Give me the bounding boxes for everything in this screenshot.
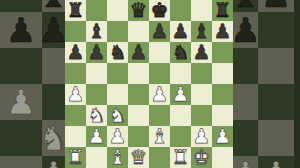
square-g3[interactable]: [191, 105, 212, 126]
bar-square: ♟: [233, 156, 258, 168]
square-f1[interactable]: ♜: [170, 147, 191, 168]
square-b7[interactable]: ♝: [86, 21, 107, 42]
square-a1[interactable]: ♜: [65, 147, 86, 168]
square-c7[interactable]: [107, 21, 128, 42]
bar-square: [258, 84, 294, 120]
bar-black-pawn-icon: ♟: [233, 13, 258, 47]
square-d4[interactable]: [128, 84, 149, 105]
square-g7[interactable]: ♝: [191, 21, 212, 42]
square-g4[interactable]: [191, 84, 212, 105]
square-d6[interactable]: ♟: [128, 42, 149, 63]
square-c2[interactable]: ♟: [107, 126, 128, 147]
bar-square: ♟: [233, 12, 258, 48]
white-pawn-piece[interactable]: ♟: [65, 84, 86, 105]
bar-white-pawn-icon: ♟: [233, 157, 258, 168]
bar-black-pawn-icon: ♟: [6, 13, 36, 47]
square-a2[interactable]: [65, 126, 86, 147]
square-h8[interactable]: ♜: [212, 0, 233, 21]
square-d7[interactable]: [128, 21, 149, 42]
square-d2[interactable]: [128, 126, 149, 147]
bar-square: ♟: [258, 156, 294, 168]
square-f3[interactable]: [170, 105, 191, 126]
square-f7[interactable]: ♟: [170, 21, 191, 42]
black-pawn-piece[interactable]: ♟: [128, 42, 149, 63]
right-edge-strip: [294, 0, 300, 168]
black-pawn-piece[interactable]: ♟: [65, 42, 86, 63]
bar-square: [0, 0, 42, 12]
white-knight-piece[interactable]: ♞: [107, 105, 128, 126]
black-rook-piece[interactable]: ♜: [212, 0, 233, 21]
bar-white-pawn-icon: ♟: [6, 85, 36, 119]
bar-square: [258, 120, 294, 156]
black-knight-piece[interactable]: ♞: [107, 42, 128, 63]
square-b1[interactable]: [86, 147, 107, 168]
bar-black-bishop-icon: ♝: [42, 0, 65, 12]
white-king-piece[interactable]: ♚: [191, 147, 212, 168]
square-e2[interactable]: ♝: [149, 126, 170, 147]
square-g1[interactable]: ♚: [191, 147, 212, 168]
white-queen-piece[interactable]: ♛: [128, 147, 149, 168]
white-pawn-piece[interactable]: ♟: [170, 84, 191, 105]
white-knight-piece[interactable]: ♞: [86, 105, 107, 126]
bar-black-pawn-icon: ♟: [42, 13, 65, 47]
bar-square: ♟: [0, 12, 42, 48]
square-h1[interactable]: [212, 147, 233, 168]
white-bishop-piece[interactable]: ♝: [107, 147, 128, 168]
bar-black-pawn-icon: ♟: [261, 0, 291, 12]
bar-white-pawn-icon: ♟: [261, 157, 291, 168]
square-h5[interactable]: [212, 63, 233, 84]
square-a7[interactable]: [65, 21, 86, 42]
chess-board[interactable]: ♜♛♚♜♝♟♟♝♟♟♟♞♟♞♟♟♟♟♞♞♟♟♝♟♟♜♝♛♜♚: [65, 0, 233, 168]
bar-square: ♟: [258, 0, 294, 12]
square-c4[interactable]: [107, 84, 128, 105]
bar-white-knight-icon: ♞: [42, 121, 65, 155]
square-e5[interactable]: [149, 63, 170, 84]
square-f6[interactable]: ♞: [170, 42, 191, 63]
black-bishop-piece[interactable]: ♝: [191, 21, 212, 42]
bar-square: ♝: [233, 0, 258, 12]
bar-square: [42, 84, 65, 120]
bar-square: [42, 48, 65, 84]
square-c1[interactable]: ♝: [107, 147, 128, 168]
square-c6[interactable]: ♞: [107, 42, 128, 63]
white-pawn-piece[interactable]: ♟: [212, 126, 233, 147]
square-b2[interactable]: ♟: [86, 126, 107, 147]
square-f2[interactable]: [170, 126, 191, 147]
square-f4[interactable]: ♟: [170, 84, 191, 105]
bar-white-pawn-icon: ♟: [42, 157, 65, 168]
bar-square: ♞: [42, 120, 65, 156]
square-b3[interactable]: ♞: [86, 105, 107, 126]
black-knight-piece[interactable]: ♞: [170, 42, 191, 63]
square-a8[interactable]: ♜: [65, 0, 86, 21]
square-h6[interactable]: [212, 42, 233, 63]
bar-square: [0, 120, 42, 156]
square-b8[interactable]: [86, 0, 107, 21]
letterbox-left-bar: ♝♟♟♟♞♟: [0, 0, 65, 168]
square-a6[interactable]: ♟: [65, 42, 86, 63]
white-pawn-piece[interactable]: ♟: [149, 84, 170, 105]
white-bishop-piece[interactable]: ♝: [149, 126, 170, 147]
white-pawn-piece[interactable]: ♟: [86, 126, 107, 147]
square-g8[interactable]: [191, 0, 212, 21]
square-g6[interactable]: ♟: [191, 42, 212, 63]
square-d1[interactable]: ♛: [128, 147, 149, 168]
bar-square: ♝: [42, 0, 65, 12]
bar-square: ♟: [42, 156, 65, 168]
bar-square: [233, 84, 258, 120]
square-g2[interactable]: ♟: [191, 126, 212, 147]
square-g5[interactable]: [191, 63, 212, 84]
bar-square: ♟: [42, 12, 65, 48]
square-a5[interactable]: [65, 63, 86, 84]
square-f8[interactable]: [170, 0, 191, 21]
bar-square: [0, 156, 42, 168]
square-c8[interactable]: [107, 0, 128, 21]
square-a3[interactable]: [65, 105, 86, 126]
square-c5[interactable]: [107, 63, 128, 84]
square-a4[interactable]: ♟: [65, 84, 86, 105]
black-pawn-piece[interactable]: ♟: [170, 21, 191, 42]
square-b4[interactable]: [86, 84, 107, 105]
square-f5[interactable]: [170, 63, 191, 84]
bar-square: [233, 120, 258, 156]
square-e6[interactable]: [149, 42, 170, 63]
square-e7[interactable]: ♟: [149, 21, 170, 42]
square-d5[interactable]: [128, 63, 149, 84]
black-king-piece[interactable]: ♚: [149, 0, 170, 21]
square-e1[interactable]: [149, 147, 170, 168]
bar-square: [233, 48, 258, 84]
letterbox-right-bar: ♝♟♟♟♟: [233, 0, 300, 168]
square-b5[interactable]: [86, 63, 107, 84]
square-e4[interactable]: ♟: [149, 84, 170, 105]
black-rook-piece[interactable]: ♜: [65, 0, 86, 21]
chess-app-root: ♝♟♟♟♞♟ ♜♛♚♜♝♟♟♝♟♟♟♞♟♞♟♟♟♟♞♞♟♟♝♟♟♜♝♛♜♚ ♝♟…: [0, 0, 300, 168]
square-d3[interactable]: [128, 105, 149, 126]
bar-square: [258, 12, 294, 48]
white-rook-piece[interactable]: ♜: [65, 147, 86, 168]
square-c3[interactable]: ♞: [107, 105, 128, 126]
square-b6[interactable]: ♟: [86, 42, 107, 63]
square-h7[interactable]: ♟: [212, 21, 233, 42]
black-pawn-piece[interactable]: ♟: [191, 42, 212, 63]
square-e8[interactable]: ♚: [149, 0, 170, 21]
bar-square: ♟: [0, 84, 42, 120]
square-d8[interactable]: ♛: [128, 0, 149, 21]
black-pawn-piece[interactable]: ♟: [149, 21, 170, 42]
black-pawn-piece[interactable]: ♟: [212, 21, 233, 42]
bar-square: [258, 48, 294, 84]
square-h4[interactable]: [212, 84, 233, 105]
square-h3[interactable]: [212, 105, 233, 126]
bar-square: [0, 48, 42, 84]
white-rook-piece[interactable]: ♜: [170, 147, 191, 168]
bar-black-bishop-icon: ♝: [233, 0, 258, 12]
white-pawn-piece[interactable]: ♟: [107, 126, 128, 147]
black-pawn-piece[interactable]: ♟: [86, 42, 107, 63]
black-bishop-piece[interactable]: ♝: [86, 21, 107, 42]
black-queen-piece[interactable]: ♛: [128, 0, 149, 21]
square-e3[interactable]: [149, 105, 170, 126]
square-h2[interactable]: ♟: [212, 126, 233, 147]
white-pawn-piece[interactable]: ♟: [191, 126, 212, 147]
